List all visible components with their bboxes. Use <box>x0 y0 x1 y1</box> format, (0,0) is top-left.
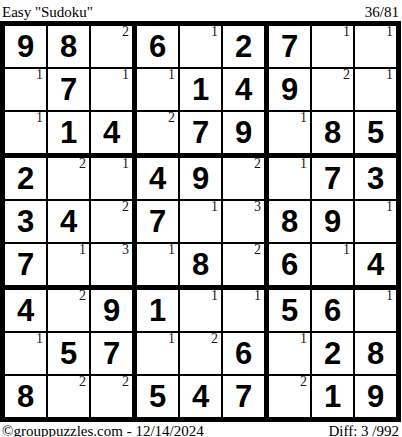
cell-r3c6[interactable]: 9 <box>223 112 269 158</box>
cell-r3c1[interactable]: 1 <box>5 112 48 158</box>
corner-mark: 1 <box>386 67 393 83</box>
cell-r3c5[interactable]: 7 <box>180 112 223 158</box>
given-digit: 8 <box>48 26 89 67</box>
copyright-date: ©grouppuzzles.com - 12/14/2024 <box>2 424 204 437</box>
given-digit: 9 <box>180 158 221 199</box>
cell-r2c8[interactable]: 2 <box>312 69 355 112</box>
cell-r6c4[interactable]: 1 <box>137 244 180 290</box>
corner-mark: 1 <box>211 24 218 40</box>
cell-r3c2[interactable]: 1 <box>48 112 91 158</box>
cell-r3c8[interactable]: 8 <box>312 112 355 158</box>
corner-mark: 1 <box>343 24 350 40</box>
cell-r6c2[interactable]: 1 <box>48 244 91 290</box>
given-digit: 6 <box>269 244 310 285</box>
given-digit: 7 <box>312 158 353 199</box>
given-digit: 9 <box>355 376 396 417</box>
cell-r7c7[interactable]: 5 <box>269 290 312 333</box>
cell-r8c5[interactable]: 2 <box>180 333 223 376</box>
cell-r4c8[interactable]: 7 <box>312 158 355 201</box>
cell-r1c8[interactable]: 1 <box>312 26 355 69</box>
corner-mark: 2 <box>254 242 261 258</box>
board-row: 822547219 <box>5 376 396 417</box>
given-digit: 2 <box>223 26 264 67</box>
corner-mark: 1 <box>122 156 129 172</box>
corner-mark: 2 <box>300 374 307 390</box>
footer: ©grouppuzzles.com - 12/14/2024 Diff: 3 /… <box>0 422 402 437</box>
cell-r5c7[interactable]: 8 <box>269 201 312 244</box>
fill-counter: 36/81 <box>365 4 399 20</box>
cell-r5c6[interactable]: 3 <box>223 201 269 244</box>
cell-r8c4[interactable]: 1 <box>137 333 180 376</box>
cell-r9c7[interactable]: 2 <box>269 376 312 417</box>
corner-mark: 2 <box>168 110 175 126</box>
corner-mark: 2 <box>122 24 129 40</box>
sudoku-board: 9826127111711149211142791852214921733427… <box>0 21 401 422</box>
given-digit: 4 <box>48 201 89 242</box>
cell-r1c6[interactable]: 2 <box>223 26 269 69</box>
given-digit: 9 <box>269 69 310 110</box>
given-digit: 8 <box>312 112 353 153</box>
corner-mark: 1 <box>300 331 307 347</box>
given-digit: 4 <box>355 244 396 285</box>
given-digit: 7 <box>137 201 178 242</box>
cell-r5c8[interactable]: 9 <box>312 201 355 244</box>
cell-r9c9[interactable]: 9 <box>355 376 396 417</box>
given-digit: 7 <box>269 26 310 67</box>
board-row: 342713891 <box>5 201 396 244</box>
given-digit: 7 <box>223 376 264 417</box>
corner-mark: 1 <box>300 110 307 126</box>
cell-r4c3[interactable]: 1 <box>91 158 137 201</box>
cell-r4c2[interactable]: 2 <box>48 158 91 201</box>
given-digit: 6 <box>137 26 178 67</box>
cell-r7c6[interactable]: 1 <box>223 290 269 333</box>
cell-r9c4[interactable]: 5 <box>137 376 180 417</box>
given-digit: 1 <box>48 112 89 153</box>
cell-r4c5[interactable]: 9 <box>180 158 223 201</box>
corner-mark: 1 <box>122 67 129 83</box>
corner-mark: 1 <box>211 199 218 215</box>
board-row: 982612711 <box>5 26 396 69</box>
corner-mark: 1 <box>211 288 218 304</box>
cell-r7c5[interactable]: 1 <box>180 290 223 333</box>
board-row: 114279185 <box>5 112 396 158</box>
cell-r1c9[interactable]: 1 <box>355 26 396 69</box>
corner-mark: 1 <box>343 242 350 258</box>
given-digit: 4 <box>5 290 46 331</box>
given-digit: 7 <box>5 244 46 285</box>
given-digit: 6 <box>312 290 353 331</box>
corner-mark: 2 <box>122 374 129 390</box>
corner-mark: 2 <box>122 199 129 215</box>
corner-mark: 3 <box>254 199 261 215</box>
cell-r1c7[interactable]: 7 <box>269 26 312 69</box>
given-digit: 8 <box>180 244 221 285</box>
given-digit: 8 <box>355 333 396 374</box>
cell-r8c8[interactable]: 2 <box>312 333 355 376</box>
board-row: 429111561 <box>5 290 396 333</box>
given-digit: 3 <box>355 158 396 199</box>
cell-r7c1[interactable]: 4 <box>5 290 48 333</box>
cell-r1c3[interactable]: 2 <box>91 26 137 69</box>
cell-r6c3[interactable]: 3 <box>91 244 137 290</box>
board-row: 171114921 <box>5 69 396 112</box>
corner-mark: 2 <box>343 67 350 83</box>
corner-mark: 1 <box>79 242 86 258</box>
cell-r3c7[interactable]: 1 <box>269 112 312 158</box>
corner-mark: 2 <box>79 156 86 172</box>
cell-r5c4[interactable]: 7 <box>137 201 180 244</box>
given-digit: 4 <box>137 158 178 199</box>
given-digit: 7 <box>91 333 132 374</box>
cell-r9c1[interactable]: 8 <box>5 376 48 417</box>
corner-mark: 2 <box>254 156 261 172</box>
given-digit: 9 <box>5 26 46 67</box>
corner-mark: 3 <box>122 242 129 258</box>
given-digit: 1 <box>312 376 353 417</box>
given-digit: 1 <box>137 290 178 331</box>
corner-mark: 1 <box>300 156 307 172</box>
given-digit: 3 <box>5 201 46 242</box>
corner-mark: 1 <box>36 331 43 347</box>
cell-r5c3[interactable]: 2 <box>91 201 137 244</box>
given-digit: 1 <box>180 69 221 110</box>
cell-r6c6[interactable]: 2 <box>223 244 269 290</box>
cell-r8c3[interactable]: 7 <box>91 333 137 376</box>
cell-r9c3[interactable]: 2 <box>91 376 137 417</box>
corner-mark: 2 <box>211 331 218 347</box>
cell-r8c7[interactable]: 1 <box>269 333 312 376</box>
cell-r2c5[interactable]: 1 <box>180 69 223 112</box>
cell-r3c3[interactable]: 4 <box>91 112 137 158</box>
cell-r9c8[interactable]: 1 <box>312 376 355 417</box>
corner-mark: 2 <box>79 374 86 390</box>
cell-r7c8[interactable]: 6 <box>312 290 355 333</box>
given-digit: 5 <box>355 112 396 153</box>
header: Easy "Sudoku" 36/81 <box>0 0 402 21</box>
cell-r1c4[interactable]: 6 <box>137 26 180 69</box>
cell-r8c9[interactable]: 8 <box>355 333 396 376</box>
cell-r6c1[interactable]: 7 <box>5 244 48 290</box>
cell-r3c9[interactable]: 5 <box>355 112 396 158</box>
cell-r5c5[interactable]: 1 <box>180 201 223 244</box>
cell-r8c2[interactable]: 5 <box>48 333 91 376</box>
cell-r2c7[interactable]: 9 <box>269 69 312 112</box>
cell-r7c3[interactable]: 9 <box>91 290 137 333</box>
cell-r4c1[interactable]: 2 <box>5 158 48 201</box>
board-row: 713182614 <box>5 244 396 290</box>
given-digit: 8 <box>269 201 310 242</box>
cell-r6c8[interactable]: 1 <box>312 244 355 290</box>
cell-r1c5[interactable]: 1 <box>180 26 223 69</box>
corner-mark: 1 <box>36 67 43 83</box>
given-digit: 4 <box>180 376 221 417</box>
cell-r2c6[interactable]: 4 <box>223 69 269 112</box>
given-digit: 7 <box>180 112 221 153</box>
cell-r9c5[interactable]: 4 <box>180 376 223 417</box>
corner-mark: 1 <box>168 331 175 347</box>
cell-r7c2[interactable]: 2 <box>48 290 91 333</box>
cell-r6c9[interactable]: 4 <box>355 244 396 290</box>
corner-mark: 1 <box>36 110 43 126</box>
cell-r6c5[interactable]: 8 <box>180 244 223 290</box>
given-digit: 2 <box>5 158 46 199</box>
cell-r9c2[interactable]: 2 <box>48 376 91 417</box>
given-digit: 7 <box>48 69 89 110</box>
cell-r7c9[interactable]: 1 <box>355 290 396 333</box>
difficulty-label: Diff: 3 /992 <box>328 424 399 437</box>
cell-r7c4[interactable]: 1 <box>137 290 180 333</box>
given-digit: 2 <box>312 333 353 374</box>
cell-r2c1[interactable]: 1 <box>5 69 48 112</box>
corner-mark: 1 <box>386 24 393 40</box>
given-digit: 9 <box>312 201 353 242</box>
given-digit: 5 <box>269 290 310 331</box>
given-digit: 5 <box>48 333 89 374</box>
given-digit: 6 <box>223 333 264 374</box>
cell-r8c6[interactable]: 6 <box>223 333 269 376</box>
board-row: 221492173 <box>5 158 396 201</box>
corner-mark: 1 <box>386 199 393 215</box>
cell-r6c7[interactable]: 6 <box>269 244 312 290</box>
cell-r2c3[interactable]: 1 <box>91 69 137 112</box>
cell-r4c4[interactable]: 4 <box>137 158 180 201</box>
puzzle-title: Easy "Sudoku" <box>2 4 93 20</box>
given-digit: 5 <box>137 376 178 417</box>
given-digit: 9 <box>91 290 132 331</box>
board-row: 157126128 <box>5 333 396 376</box>
given-digit: 8 <box>5 376 46 417</box>
cell-r9c6[interactable]: 7 <box>223 376 269 417</box>
corner-mark: 1 <box>386 288 393 304</box>
cell-r5c9[interactable]: 1 <box>355 201 396 244</box>
cell-r1c2[interactable]: 8 <box>48 26 91 69</box>
corner-mark: 1 <box>168 67 175 83</box>
cell-r3c4[interactable]: 2 <box>137 112 180 158</box>
given-digit: 9 <box>223 112 264 153</box>
cell-r1c1[interactable]: 9 <box>5 26 48 69</box>
cell-r2c9[interactable]: 1 <box>355 69 396 112</box>
corner-mark: 1 <box>168 242 175 258</box>
cell-r5c2[interactable]: 4 <box>48 201 91 244</box>
cell-r5c1[interactable]: 3 <box>5 201 48 244</box>
corner-mark: 1 <box>254 288 261 304</box>
given-digit: 4 <box>91 112 132 153</box>
given-digit: 4 <box>223 69 264 110</box>
cell-r4c9[interactable]: 3 <box>355 158 396 201</box>
cell-r4c7[interactable]: 1 <box>269 158 312 201</box>
corner-mark: 2 <box>79 288 86 304</box>
cell-r8c1[interactable]: 1 <box>5 333 48 376</box>
cell-r2c2[interactable]: 7 <box>48 69 91 112</box>
cell-r2c4[interactable]: 1 <box>137 69 180 112</box>
cell-r4c6[interactable]: 2 <box>223 158 269 201</box>
